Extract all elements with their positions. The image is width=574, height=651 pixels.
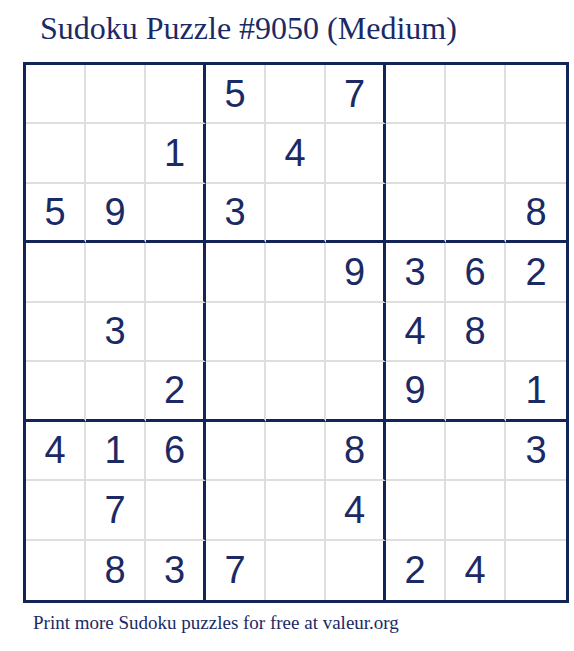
cell-r2c6[interactable] bbox=[326, 124, 386, 183]
cell-r5c1[interactable] bbox=[26, 303, 86, 362]
cell-r7c5[interactable] bbox=[266, 422, 326, 481]
cell-r5c8: 8 bbox=[446, 303, 506, 362]
cell-r9c9[interactable] bbox=[506, 541, 566, 600]
cell-r4c1[interactable] bbox=[26, 243, 86, 302]
cell-r3c6[interactable] bbox=[326, 184, 386, 243]
cell-r8c1[interactable] bbox=[26, 481, 86, 540]
sudoku-page: Sudoku Puzzle #9050 (Medium) 57145938936… bbox=[0, 0, 574, 651]
cell-r1c9[interactable] bbox=[506, 65, 566, 124]
cell-r8c9[interactable] bbox=[506, 481, 566, 540]
cell-r3c9: 8 bbox=[506, 184, 566, 243]
cell-r4c6: 9 bbox=[326, 243, 386, 302]
cell-r3c5[interactable] bbox=[266, 184, 326, 243]
cell-r8c4[interactable] bbox=[206, 481, 266, 540]
cell-r6c3: 2 bbox=[146, 362, 206, 421]
cell-r3c3[interactable] bbox=[146, 184, 206, 243]
cell-r8c3[interactable] bbox=[146, 481, 206, 540]
cell-r7c2: 1 bbox=[86, 422, 146, 481]
cell-r9c5[interactable] bbox=[266, 541, 326, 600]
cell-r6c7: 9 bbox=[386, 362, 446, 421]
cell-r5c2: 3 bbox=[86, 303, 146, 362]
cell-r5c5[interactable] bbox=[266, 303, 326, 362]
cell-r2c3: 1 bbox=[146, 124, 206, 183]
cell-r3c4: 3 bbox=[206, 184, 266, 243]
cell-r2c5: 4 bbox=[266, 124, 326, 183]
cell-r9c2: 8 bbox=[86, 541, 146, 600]
cell-r8c6: 4 bbox=[326, 481, 386, 540]
cell-r9c6[interactable] bbox=[326, 541, 386, 600]
cell-r4c3[interactable] bbox=[146, 243, 206, 302]
cell-r4c7: 3 bbox=[386, 243, 446, 302]
sudoku-grid: 571459389362348291416837483724 bbox=[23, 62, 569, 603]
cell-r1c5[interactable] bbox=[266, 65, 326, 124]
cell-r3c1: 5 bbox=[26, 184, 86, 243]
cell-r8c5[interactable] bbox=[266, 481, 326, 540]
cell-r7c1: 4 bbox=[26, 422, 86, 481]
cell-r6c4[interactable] bbox=[206, 362, 266, 421]
cell-r7c6: 8 bbox=[326, 422, 386, 481]
cell-r1c6: 7 bbox=[326, 65, 386, 124]
cell-r8c7[interactable] bbox=[386, 481, 446, 540]
cell-r8c8[interactable] bbox=[446, 481, 506, 540]
cell-r5c3[interactable] bbox=[146, 303, 206, 362]
footer-text: Print more Sudoku puzzles for free at va… bbox=[33, 612, 399, 635]
page-title: Sudoku Puzzle #9050 (Medium) bbox=[40, 11, 457, 46]
cell-r4c4[interactable] bbox=[206, 243, 266, 302]
cell-r4c2[interactable] bbox=[86, 243, 146, 302]
cell-r2c8[interactable] bbox=[446, 124, 506, 183]
cell-r1c4: 5 bbox=[206, 65, 266, 124]
cell-r9c3: 3 bbox=[146, 541, 206, 600]
cell-r3c8[interactable] bbox=[446, 184, 506, 243]
cell-r8c2: 7 bbox=[86, 481, 146, 540]
cell-r7c9: 3 bbox=[506, 422, 566, 481]
cell-r7c7[interactable] bbox=[386, 422, 446, 481]
cell-r6c9: 1 bbox=[506, 362, 566, 421]
cell-r7c3: 6 bbox=[146, 422, 206, 481]
cell-r6c5[interactable] bbox=[266, 362, 326, 421]
cell-r2c2[interactable] bbox=[86, 124, 146, 183]
cell-r2c1[interactable] bbox=[26, 124, 86, 183]
cell-r4c9: 2 bbox=[506, 243, 566, 302]
cell-r5c4[interactable] bbox=[206, 303, 266, 362]
cell-r6c6[interactable] bbox=[326, 362, 386, 421]
cell-r1c3[interactable] bbox=[146, 65, 206, 124]
cell-r1c1[interactable] bbox=[26, 65, 86, 124]
cell-r2c4[interactable] bbox=[206, 124, 266, 183]
cell-r4c5[interactable] bbox=[266, 243, 326, 302]
cell-r9c8: 4 bbox=[446, 541, 506, 600]
cell-r9c4: 7 bbox=[206, 541, 266, 600]
cell-r5c7: 4 bbox=[386, 303, 446, 362]
cell-r2c7[interactable] bbox=[386, 124, 446, 183]
cell-r9c1[interactable] bbox=[26, 541, 86, 600]
cell-r5c6[interactable] bbox=[326, 303, 386, 362]
cell-r9c7: 2 bbox=[386, 541, 446, 600]
cell-r6c8[interactable] bbox=[446, 362, 506, 421]
cell-r7c8[interactable] bbox=[446, 422, 506, 481]
cell-r3c7[interactable] bbox=[386, 184, 446, 243]
cell-r1c8[interactable] bbox=[446, 65, 506, 124]
cell-r1c2[interactable] bbox=[86, 65, 146, 124]
cell-r3c2: 9 bbox=[86, 184, 146, 243]
cell-r7c4[interactable] bbox=[206, 422, 266, 481]
cell-r6c2[interactable] bbox=[86, 362, 146, 421]
cell-r2c9[interactable] bbox=[506, 124, 566, 183]
cell-r5c9[interactable] bbox=[506, 303, 566, 362]
cell-r4c8: 6 bbox=[446, 243, 506, 302]
cell-r1c7[interactable] bbox=[386, 65, 446, 124]
cell-r6c1[interactable] bbox=[26, 362, 86, 421]
